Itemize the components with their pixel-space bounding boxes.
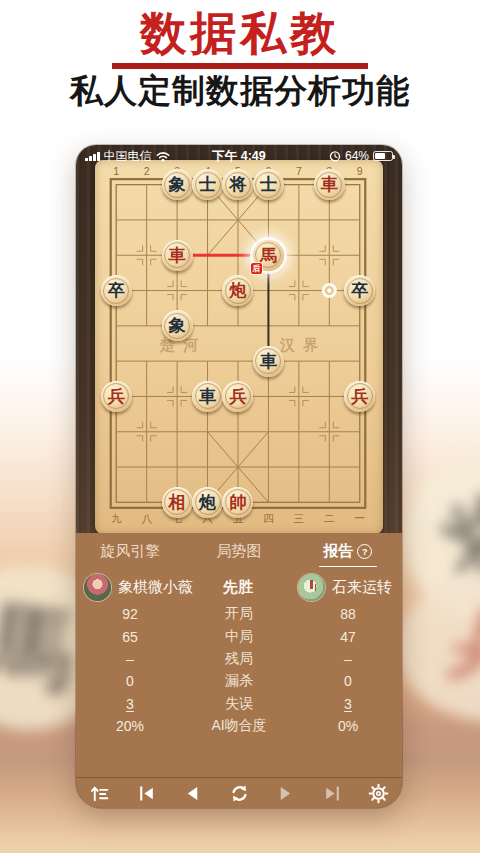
stat-row: 65中局47 <box>76 625 402 647</box>
tab-label: 旋风引擎 <box>100 542 160 561</box>
piece-glyph: 炮 <box>229 282 246 299</box>
piece-black-卒[interactable]: 卒 <box>101 275 132 306</box>
piece-glyph: 兵 <box>351 387 368 404</box>
stat-value-right[interactable]: 3 <box>294 696 402 712</box>
player-left-avatar[interactable] <box>84 574 111 601</box>
refresh-icon[interactable] <box>228 782 251 805</box>
piece-black-象[interactable]: 象 <box>162 169 193 200</box>
piece-black-炮[interactable]: 炮 <box>192 487 223 518</box>
alarm-clock-icon <box>329 150 341 162</box>
tab-2[interactable]: 报告? <box>293 533 402 567</box>
piece-glyph: 帥 <box>229 493 246 510</box>
stat-value-right: – <box>294 651 402 667</box>
stat-row: 3失误3 <box>76 693 402 715</box>
stat-value-right: 0 <box>294 673 402 689</box>
stat-label: AI吻合度 <box>184 717 294 735</box>
piece-black-車[interactable]: 車 <box>253 346 284 377</box>
piece-glyph: 車 <box>169 246 186 263</box>
phone-mockup: 中国电信 下午 4:49 64% 123456789 楚河 汉 <box>76 145 402 808</box>
piece-black-車[interactable]: 車 <box>192 381 223 412</box>
match-result-label: 先胜 <box>223 578 253 597</box>
piece-glyph: 象 <box>169 176 186 193</box>
promo-header: 数据私教 私人定制数据分析功能 <box>0 0 480 109</box>
tab-label: 报告 <box>323 542 353 561</box>
playback-toolbar <box>76 777 402 808</box>
piece-glyph: 卒 <box>108 282 125 299</box>
piece-red-車[interactable]: 車 <box>162 240 193 271</box>
piece-glyph: 炮 <box>199 493 216 510</box>
player-left[interactable]: 象棋微小薇 <box>76 574 223 601</box>
piece-glyph: 馬 <box>260 246 277 263</box>
settings-gear-icon[interactable] <box>367 782 390 805</box>
piece-black-士[interactable]: 士 <box>192 169 223 200</box>
wifi-icon <box>156 151 170 162</box>
tab-1[interactable]: 局势图 <box>185 533 294 567</box>
piece-glyph: 士 <box>260 176 277 193</box>
piece-glyph: 車 <box>321 176 338 193</box>
piece-glyph: 卒 <box>351 282 368 299</box>
piece-black-将[interactable]: 将 <box>222 169 253 200</box>
players-row: 象棋微小薇 先胜 石来运转 <box>76 567 402 607</box>
piece-red-炮[interactable]: 炮 <box>222 275 253 306</box>
player-right-avatar[interactable] <box>298 574 325 601</box>
status-bar: 中国电信 下午 4:49 64% <box>76 145 402 167</box>
piece-glyph: 相 <box>169 493 186 510</box>
player-right[interactable]: 石来运转 <box>253 574 402 601</box>
moves-list-icon[interactable] <box>88 782 111 805</box>
piece-black-士[interactable]: 士 <box>253 169 284 200</box>
xiangqi-board: 123456789 楚河 汉界 象士将士車車馬后卒炮卒象車兵車兵兵相炮帥 九八七… <box>95 160 383 534</box>
stat-value-left: 65 <box>76 629 184 645</box>
page-title: 数据私教 <box>0 8 480 61</box>
blurred-piece-right-lower: 兵 <box>396 572 480 722</box>
piece-glyph: 兵 <box>229 387 246 404</box>
stat-label: 漏杀 <box>184 672 294 690</box>
piece-red-相[interactable]: 相 <box>162 487 193 518</box>
stat-row: –残局– <box>76 648 402 670</box>
tab-0[interactable]: 旋风引擎 <box>76 533 185 567</box>
piece-badge: 后 <box>251 263 262 274</box>
screenshot-root: { "header": { "title": "数据私教", "subtitle… <box>0 0 480 853</box>
stats-table: 92开局8865中局47–残局–0漏杀03失误320%AI吻合度0% <box>76 603 402 737</box>
stat-value-left: – <box>76 651 184 667</box>
piece-glyph: 将 <box>229 176 246 193</box>
stat-value-right: 88 <box>294 606 402 622</box>
stat-label: 中局 <box>184 628 294 646</box>
title-divider <box>112 63 368 69</box>
carrier-label: 中国电信 <box>104 148 152 165</box>
stat-row: 20%AI吻合度0% <box>76 715 402 737</box>
next-move-icon[interactable] <box>274 782 297 805</box>
stat-value-right: 0% <box>294 718 402 734</box>
signal-bars-icon <box>85 151 100 161</box>
stat-row: 92开局88 <box>76 603 402 625</box>
battery-percent-label: 64% <box>345 149 369 163</box>
stat-row: 0漏杀0 <box>76 670 402 692</box>
piece-glyph: 車 <box>260 352 277 369</box>
tab-bar: 旋风引擎局势图报告? <box>76 533 402 567</box>
stat-value-left: 0 <box>76 673 184 689</box>
stat-value-left: 20% <box>76 718 184 734</box>
previous-move-icon[interactable] <box>181 782 204 805</box>
piece-red-兵[interactable]: 兵 <box>344 381 375 412</box>
piece-grid: 象士将士車車馬后卒炮卒象車兵車兵兵相炮帥 <box>101 167 375 520</box>
piece-red-兵[interactable]: 兵 <box>222 381 253 412</box>
skip-to-end-icon[interactable] <box>321 782 344 805</box>
stat-value-left: 92 <box>76 606 184 622</box>
piece-red-兵[interactable]: 兵 <box>101 381 132 412</box>
piece-red-帥[interactable]: 帥 <box>222 487 253 518</box>
piece-red-車[interactable]: 車 <box>314 169 345 200</box>
analysis-panel: 旋风引擎局势图报告? 象棋微小薇 先胜 石来运转 92开局8865中局47–残局… <box>76 533 402 808</box>
piece-black-卒[interactable]: 卒 <box>344 275 375 306</box>
piece-glyph: 車 <box>199 387 216 404</box>
page-subtitle: 私人定制数据分析功能 <box>0 73 480 109</box>
piece-red-馬[interactable]: 馬后 <box>253 240 284 271</box>
stat-label: 失误 <box>184 695 294 713</box>
piece-glyph: 士 <box>199 176 216 193</box>
player-right-name: 石来运转 <box>332 578 392 597</box>
help-circle-icon[interactable]: ? <box>357 544 372 559</box>
stat-value-left[interactable]: 3 <box>76 696 184 712</box>
stat-value-right: 47 <box>294 629 402 645</box>
piece-glyph: 兵 <box>108 387 125 404</box>
tab-label: 局势图 <box>217 542 262 561</box>
battery-icon <box>373 151 393 161</box>
stat-label: 开局 <box>184 605 294 623</box>
player-left-name: 象棋微小薇 <box>118 578 193 597</box>
piece-glyph: 象 <box>169 317 186 334</box>
piece-black-象[interactable]: 象 <box>162 310 193 341</box>
skip-to-start-icon[interactable] <box>135 782 158 805</box>
stat-label: 残局 <box>184 650 294 668</box>
